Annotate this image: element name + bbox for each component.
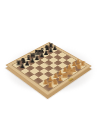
chess-board: ♜♞♝♛♚♝♞♜♟♟♟♟♟♟♟♟♟♟♟♟♟♟♟♟♜♞♝♛♚♝♞♜	[5, 42, 91, 96]
product-photo-scene: ♜♞♝♛♚♝♞♜♟♟♟♟♟♟♟♟♟♟♟♟♟♟♟♟♜♞♝♛♚♝♞♜	[0, 0, 100, 133]
